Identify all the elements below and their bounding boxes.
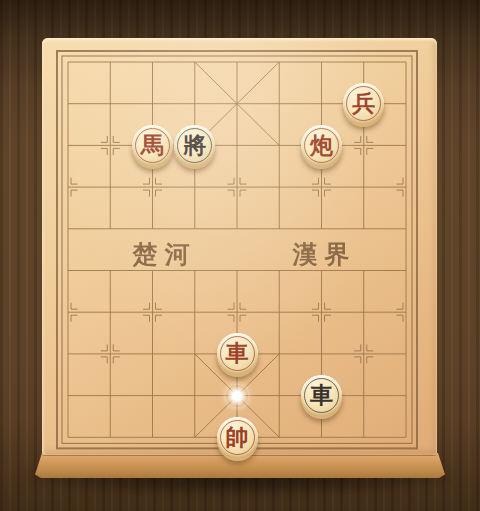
piece-character: 車 (301, 375, 342, 416)
black-general-piece[interactable]: 將 (174, 125, 215, 166)
wood-table-background: 楚河 漢界 兵馬將炮車車帥 (0, 0, 480, 511)
piece-character: 炮 (301, 124, 342, 165)
piece-character: 兵 (343, 83, 384, 124)
piece-character: 馬 (132, 124, 173, 165)
piece-character: 將 (174, 124, 215, 165)
red-horse-piece[interactable]: 馬 (132, 125, 173, 166)
piece-layer: 兵馬將炮車車帥 (42, 38, 437, 455)
xiangqi-board[interactable]: 楚河 漢界 兵馬將炮車車帥 (42, 38, 437, 455)
red-chariot-piece[interactable]: 車 (217, 333, 258, 374)
black-chariot-piece[interactable]: 車 (301, 375, 342, 416)
red-general-piece[interactable]: 帥 (217, 417, 258, 458)
red-cannon-piece[interactable]: 炮 (301, 125, 342, 166)
piece-character: 帥 (217, 416, 258, 457)
piece-character: 車 (217, 333, 258, 374)
red-soldier-piece[interactable]: 兵 (343, 83, 384, 124)
